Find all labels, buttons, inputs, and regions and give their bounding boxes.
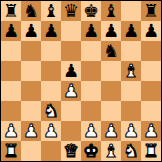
- square-g7[interactable]: ♟: [121, 21, 141, 41]
- square-c3[interactable]: ♞: [41, 101, 61, 121]
- square-a2[interactable]: ♟: [1, 121, 21, 141]
- piece-black-bishop[interactable]: ♝: [101, 1, 121, 21]
- square-a7[interactable]: ♟: [1, 21, 21, 41]
- piece-white-pawn[interactable]: ♟: [101, 121, 121, 141]
- square-c6[interactable]: [41, 41, 61, 61]
- piece-white-bishop[interactable]: ♝: [121, 61, 141, 81]
- piece-black-queen[interactable]: ♛: [61, 1, 81, 21]
- square-f4[interactable]: [101, 81, 121, 101]
- square-a3[interactable]: [1, 101, 21, 121]
- piece-black-pawn[interactable]: ♟: [1, 21, 21, 41]
- piece-black-pawn[interactable]: ♟: [81, 21, 101, 41]
- chess-board-frame: ♜♞♝♛♚♝♜♟♟♟♟♟♟♟♞♟♝♟♞♟♟♟♟♟♟♟♜♛♚♝♞♜: [0, 0, 162, 162]
- square-b4[interactable]: [21, 81, 41, 101]
- piece-white-king[interactable]: ♚: [81, 141, 101, 161]
- square-c4[interactable]: [41, 81, 61, 101]
- square-d7[interactable]: [61, 21, 81, 41]
- square-e3[interactable]: [81, 101, 101, 121]
- square-e1[interactable]: ♚: [81, 141, 101, 161]
- piece-black-king[interactable]: ♚: [81, 1, 101, 21]
- square-f8[interactable]: ♝: [101, 1, 121, 21]
- piece-white-pawn[interactable]: ♟: [81, 121, 101, 141]
- square-f6[interactable]: ♞: [101, 41, 121, 61]
- piece-white-queen[interactable]: ♛: [61, 141, 81, 161]
- square-h5[interactable]: [141, 61, 161, 81]
- piece-white-rook[interactable]: ♜: [141, 141, 161, 161]
- square-c2[interactable]: ♟: [41, 121, 61, 141]
- square-f5[interactable]: [101, 61, 121, 81]
- square-a5[interactable]: [1, 61, 21, 81]
- square-b2[interactable]: ♟: [21, 121, 41, 141]
- square-a8[interactable]: ♜: [1, 1, 21, 21]
- piece-white-bishop[interactable]: ♝: [101, 141, 121, 161]
- square-d2[interactable]: [61, 121, 81, 141]
- piece-white-knight[interactable]: ♞: [41, 101, 61, 121]
- square-d4[interactable]: ♟: [61, 81, 81, 101]
- square-a1[interactable]: ♜: [1, 141, 21, 161]
- piece-white-pawn[interactable]: ♟: [141, 121, 161, 141]
- piece-black-rook[interactable]: ♜: [141, 1, 161, 21]
- square-a6[interactable]: [1, 41, 21, 61]
- square-g8[interactable]: [121, 1, 141, 21]
- square-h7[interactable]: ♟: [141, 21, 161, 41]
- square-d3[interactable]: [61, 101, 81, 121]
- square-d8[interactable]: ♛: [61, 1, 81, 21]
- piece-black-knight[interactable]: ♞: [21, 1, 41, 21]
- square-d6[interactable]: [61, 41, 81, 61]
- piece-white-pawn[interactable]: ♟: [41, 121, 61, 141]
- square-h6[interactable]: [141, 41, 161, 61]
- square-g5[interactable]: ♝: [121, 61, 141, 81]
- piece-black-pawn[interactable]: ♟: [41, 21, 61, 41]
- square-d5[interactable]: ♟: [61, 61, 81, 81]
- piece-white-rook[interactable]: ♜: [1, 141, 21, 161]
- square-e8[interactable]: ♚: [81, 1, 101, 21]
- square-c5[interactable]: [41, 61, 61, 81]
- square-b6[interactable]: [21, 41, 41, 61]
- piece-black-pawn[interactable]: ♟: [61, 61, 81, 81]
- piece-black-rook[interactable]: ♜: [1, 1, 21, 21]
- square-c8[interactable]: ♝: [41, 1, 61, 21]
- square-c7[interactable]: ♟: [41, 21, 61, 41]
- square-e6[interactable]: [81, 41, 101, 61]
- piece-black-knight[interactable]: ♞: [101, 41, 121, 61]
- piece-black-pawn[interactable]: ♟: [101, 21, 121, 41]
- square-e5[interactable]: [81, 61, 101, 81]
- square-g2[interactable]: ♟: [121, 121, 141, 141]
- square-f2[interactable]: ♟: [101, 121, 121, 141]
- square-b8[interactable]: ♞: [21, 1, 41, 21]
- square-h4[interactable]: [141, 81, 161, 101]
- square-g4[interactable]: [121, 81, 141, 101]
- square-h3[interactable]: [141, 101, 161, 121]
- square-b5[interactable]: [21, 61, 41, 81]
- piece-black-pawn[interactable]: ♟: [21, 21, 41, 41]
- square-e2[interactable]: ♟: [81, 121, 101, 141]
- square-f3[interactable]: [101, 101, 121, 121]
- square-d1[interactable]: ♛: [61, 141, 81, 161]
- square-b3[interactable]: [21, 101, 41, 121]
- square-e4[interactable]: [81, 81, 101, 101]
- piece-white-pawn[interactable]: ♟: [21, 121, 41, 141]
- square-a4[interactable]: [1, 81, 21, 101]
- piece-black-pawn[interactable]: ♟: [121, 21, 141, 41]
- square-f1[interactable]: ♝: [101, 141, 121, 161]
- square-f7[interactable]: ♟: [101, 21, 121, 41]
- square-b7[interactable]: ♟: [21, 21, 41, 41]
- piece-white-pawn[interactable]: ♟: [121, 121, 141, 141]
- square-g6[interactable]: [121, 41, 141, 61]
- square-c1[interactable]: [41, 141, 61, 161]
- piece-black-pawn[interactable]: ♟: [141, 21, 161, 41]
- square-h8[interactable]: ♜: [141, 1, 161, 21]
- square-g1[interactable]: ♞: [121, 141, 141, 161]
- square-h1[interactable]: ♜: [141, 141, 161, 161]
- square-b1[interactable]: [21, 141, 41, 161]
- piece-white-pawn[interactable]: ♟: [61, 81, 81, 101]
- square-g3[interactable]: [121, 101, 141, 121]
- piece-white-knight[interactable]: ♞: [121, 141, 141, 161]
- piece-white-pawn[interactable]: ♟: [1, 121, 21, 141]
- piece-black-bishop[interactable]: ♝: [41, 1, 61, 21]
- square-e7[interactable]: ♟: [81, 21, 101, 41]
- square-h2[interactable]: ♟: [141, 121, 161, 141]
- chess-board: ♜♞♝♛♚♝♜♟♟♟♟♟♟♟♞♟♝♟♞♟♟♟♟♟♟♟♜♛♚♝♞♜: [1, 1, 161, 161]
